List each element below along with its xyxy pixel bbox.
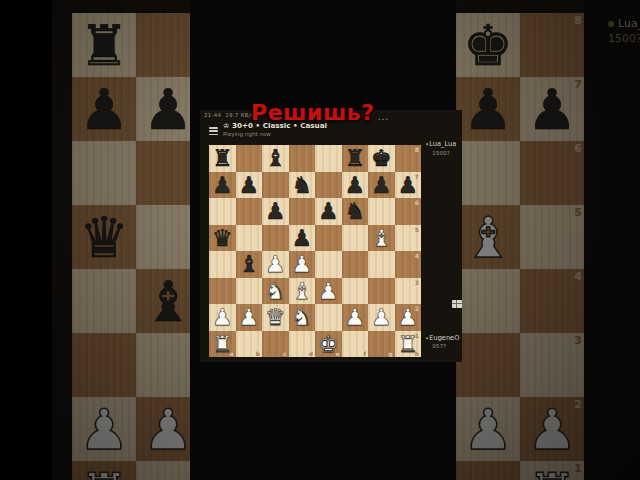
square-g2[interactable]: ♟ — [368, 304, 395, 331]
coordinate-8: 8 — [574, 14, 582, 27]
piece-white-r: ♜ — [79, 461, 129, 480]
square-d2[interactable]: ♞ — [289, 304, 316, 331]
piece-black-k[interactable]: ♚ — [371, 145, 392, 171]
square-d8[interactable] — [289, 145, 316, 172]
coordinate-8: 8 — [415, 146, 419, 153]
square-d4[interactable]: ♟ — [289, 251, 316, 278]
background-side-panel: Lua_Lua 1500? — [584, 0, 640, 480]
piece-white-p[interactable]: ♟ — [291, 251, 312, 277]
hamburger-menu-icon[interactable] — [209, 127, 218, 137]
square-a1: ♜a — [72, 461, 136, 480]
square-h4: 4 — [520, 269, 584, 333]
piece-white-p[interactable]: ♟ — [344, 304, 365, 330]
opponent-name: Lua_Lua — [426, 140, 456, 148]
piece-black-p[interactable]: ♟ — [265, 198, 286, 224]
square-a2[interactable]: ♟ — [209, 304, 236, 331]
square-h2[interactable]: ♟2 — [395, 304, 422, 331]
square-e1[interactable]: ♚e — [315, 331, 342, 358]
square-a4 — [72, 269, 136, 333]
coordinate-2: 2 — [415, 305, 419, 312]
coordinate-g: g — [388, 350, 392, 357]
square-g4 — [456, 269, 520, 333]
square-a8: ♜ — [72, 13, 136, 77]
square-a3[interactable] — [209, 278, 236, 305]
player-rating: 957? — [432, 343, 446, 349]
opponent-rating: 1500? — [432, 150, 450, 156]
square-d5[interactable]: ♟ — [289, 225, 316, 252]
online-dot — [426, 337, 428, 339]
piece-black-b: ♝ — [143, 269, 193, 333]
coordinate-1: 1 — [574, 462, 582, 475]
square-c6[interactable]: ♟ — [262, 198, 289, 225]
piece-black-p[interactable]: ♟ — [291, 225, 312, 251]
piece-black-q: ♛ — [79, 205, 129, 269]
square-b4[interactable]: ♝ — [236, 251, 263, 278]
square-f6[interactable]: ♞ — [342, 198, 369, 225]
coordinate-e: e — [335, 350, 339, 357]
piece-black-p[interactable]: ♟ — [371, 172, 392, 198]
coordinate-f: f — [363, 350, 366, 357]
square-b2[interactable]: ♟ — [236, 304, 263, 331]
coordinate-b: b — [256, 350, 260, 357]
square-c2[interactable]: ♛ — [262, 304, 289, 331]
piece-white-n[interactable]: ♞ — [265, 278, 286, 304]
square-a5: ♛ — [72, 205, 136, 269]
coordinate-7: 7 — [415, 173, 419, 180]
background-opponent-block: Lua_Lua 1500? — [608, 17, 640, 45]
square-g3[interactable] — [368, 278, 395, 305]
square-a8[interactable]: ♜ — [209, 145, 236, 172]
square-e2[interactable] — [315, 304, 342, 331]
square-g6[interactable] — [368, 198, 395, 225]
piece-white-p: ♟ — [143, 397, 193, 461]
square-b5[interactable] — [236, 225, 263, 252]
background-opponent-name: Lua_Lua — [608, 17, 640, 30]
square-f7[interactable]: ♟ — [342, 172, 369, 199]
piece-black-k: ♚ — [463, 13, 513, 77]
square-b7[interactable]: ♟ — [236, 172, 263, 199]
coordinate-6: 6 — [415, 199, 419, 206]
square-h1: ♜1h — [520, 461, 584, 480]
square-f3[interactable] — [342, 278, 369, 305]
square-h8[interactable]: 8 — [395, 145, 422, 172]
square-d1[interactable]: d — [289, 331, 316, 358]
square-g5: ♝ — [456, 205, 520, 269]
coordinate-4: 4 — [574, 270, 582, 283]
coordinate-7: 7 — [574, 78, 582, 91]
piece-black-n[interactable]: ♞ — [291, 172, 312, 198]
square-e7[interactable] — [315, 172, 342, 199]
piece-white-p: ♟ — [527, 397, 577, 461]
square-g5[interactable]: ♝ — [368, 225, 395, 252]
piece-white-q[interactable]: ♛ — [265, 304, 286, 330]
square-c7[interactable] — [262, 172, 289, 199]
square-a7[interactable]: ♟ — [209, 172, 236, 199]
coordinate-2: 2 — [574, 398, 582, 411]
piece-white-p[interactable]: ♟ — [265, 251, 286, 277]
coordinate-6: 6 — [574, 142, 582, 155]
piece-white-p: ♟ — [463, 397, 513, 461]
square-c3[interactable]: ♞ — [262, 278, 289, 305]
piece-black-r[interactable]: ♜ — [212, 145, 233, 171]
square-c5[interactable] — [262, 225, 289, 252]
square-e3[interactable]: ♟ — [315, 278, 342, 305]
square-c8[interactable]: ♝ — [262, 145, 289, 172]
square-h4[interactable]: 4 — [395, 251, 422, 278]
coordinate-h: h — [415, 350, 419, 357]
piece-black-b[interactable]: ♝ — [265, 145, 286, 171]
coordinate-a: a — [229, 350, 233, 357]
caption-text: Решишь?… — [0, 100, 640, 125]
chess-board: ♜♝♜♚8♟♟♞♟♟♟7♟♟♞6♛♟♝5♝♟♟4♞♝♟3♟♟♛♞♟♟♟2♜abc… — [209, 145, 421, 357]
square-h8: 8 — [520, 13, 584, 77]
coordinate-3: 3 — [415, 279, 419, 286]
square-c1[interactable]: c — [262, 331, 289, 358]
online-dot — [426, 143, 428, 145]
square-a5[interactable]: ♛ — [209, 225, 236, 252]
board-menu-icon[interactable] — [452, 300, 462, 308]
square-h2: ♟2 — [520, 397, 584, 461]
square-d6[interactable] — [289, 198, 316, 225]
square-a2: ♟ — [72, 397, 136, 461]
square-h5[interactable]: 5 — [395, 225, 422, 252]
piece-black-p[interactable]: ♟ — [318, 198, 339, 224]
square-h1[interactable]: ♜1h — [395, 331, 422, 358]
piece-white-p[interactable]: ♟ — [318, 278, 339, 304]
square-h7[interactable]: ♟7 — [395, 172, 422, 199]
coordinate-d: d — [309, 350, 313, 357]
piece-white-r: ♜ — [527, 461, 577, 480]
coordinate-c: c — [283, 350, 287, 357]
piece-white-b[interactable]: ♝ — [291, 278, 312, 304]
square-h6[interactable]: 6 — [395, 198, 422, 225]
game-header-subtitle: Playing right now — [223, 131, 271, 137]
square-g2: ♟ — [456, 397, 520, 461]
piece-white-p[interactable]: ♟ — [238, 304, 259, 330]
square-f1[interactable]: f — [342, 331, 369, 358]
piece-black-p[interactable]: ♟ — [238, 172, 259, 198]
square-g8: ♚ — [456, 13, 520, 77]
piece-black-r[interactable]: ♜ — [344, 145, 365, 171]
square-f8[interactable]: ♜ — [342, 145, 369, 172]
square-d3[interactable]: ♝ — [289, 278, 316, 305]
square-b8[interactable] — [236, 145, 263, 172]
piece-black-r: ♜ — [79, 13, 129, 77]
piece-white-p[interactable]: ♟ — [371, 304, 392, 330]
piece-black-n[interactable]: ♞ — [344, 198, 365, 224]
piece-black-p[interactable]: ♟ — [212, 172, 233, 198]
video-frame: ♜♝♜♚8♟♟♞♟♟♟7♟♟♞6♛♟♝5♝♟♟4♞♝♟3♟♟♛♞♟♟♟2♜abc… — [0, 0, 640, 480]
square-h3: 3 — [520, 333, 584, 397]
piece-white-n[interactable]: ♞ — [291, 304, 312, 330]
lichess-app-screenshot: 21:44 19.7 КБ/с ♔ 30+0 • Classic • Casua… — [200, 110, 462, 362]
square-a4[interactable] — [209, 251, 236, 278]
piece-black-b[interactable]: ♝ — [238, 251, 259, 277]
background-opponent-rating: 1500? — [608, 32, 640, 45]
square-g4[interactable] — [368, 251, 395, 278]
square-a6[interactable] — [209, 198, 236, 225]
coordinate-5: 5 — [574, 206, 582, 219]
square-e6[interactable]: ♟ — [315, 198, 342, 225]
piece-white-p[interactable]: ♟ — [212, 304, 233, 330]
square-b6[interactable] — [236, 198, 263, 225]
square-e5[interactable] — [315, 225, 342, 252]
square-c4[interactable]: ♟ — [262, 251, 289, 278]
square-b1[interactable]: b — [236, 331, 263, 358]
square-d7[interactable]: ♞ — [289, 172, 316, 199]
piece-white-b: ♝ — [463, 205, 513, 269]
piece-white-p: ♟ — [79, 397, 129, 461]
square-e4[interactable] — [315, 251, 342, 278]
square-a1[interactable]: ♜a — [209, 331, 236, 358]
coordinate-5: 5 — [415, 226, 419, 233]
square-f5[interactable] — [342, 225, 369, 252]
online-dot — [608, 21, 614, 27]
square-a6 — [72, 141, 136, 205]
square-a3 — [72, 333, 136, 397]
square-e8[interactable] — [315, 145, 342, 172]
piece-black-q[interactable]: ♛ — [212, 225, 233, 251]
square-f4[interactable] — [342, 251, 369, 278]
square-h6: 6 — [520, 141, 584, 205]
caption-ellipsis: … — [377, 110, 389, 123]
piece-white-b[interactable]: ♝ — [371, 225, 392, 251]
square-g1: g — [456, 461, 520, 480]
piece-black-p[interactable]: ♟ — [344, 172, 365, 198]
square-f2[interactable]: ♟ — [342, 304, 369, 331]
coordinate-3: 3 — [574, 334, 582, 347]
square-b3[interactable] — [236, 278, 263, 305]
square-g7[interactable]: ♟ — [368, 172, 395, 199]
square-h3[interactable]: 3 — [395, 278, 422, 305]
coordinate-1: 1 — [415, 332, 419, 339]
player-name: EugeneO — [426, 334, 459, 342]
square-h5: 5 — [520, 205, 584, 269]
square-g8[interactable]: ♚ — [368, 145, 395, 172]
coordinate-4: 4 — [415, 252, 419, 259]
square-g1[interactable]: g — [368, 331, 395, 358]
